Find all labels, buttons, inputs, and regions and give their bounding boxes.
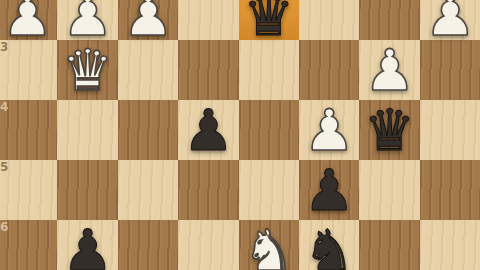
square-a4[interactable] [420,100,480,160]
square-d5[interactable] [239,160,299,220]
square-g2[interactable]: ♟ [57,0,117,40]
black-queen[interactable]: ♛ [239,0,299,45]
square-h6[interactable]: 6 [0,220,57,270]
square-f3[interactable] [118,40,178,100]
square-f6[interactable] [118,220,178,270]
black-knight[interactable]: ♞ [299,220,359,270]
rank-label-5: 5 [0,161,8,174]
square-d2[interactable]: ♛ [239,0,299,40]
square-a6[interactable] [420,220,480,270]
black-pawn[interactable]: ♟ [178,100,238,160]
white-knight[interactable]: ♞ [239,220,299,270]
square-a2[interactable]: ♟ [420,0,480,40]
white-pawn[interactable]: ♟ [359,40,419,100]
square-h5[interactable]: 5 [0,160,57,220]
rank-label-6: 6 [0,221,8,234]
black-pawn[interactable]: ♟ [57,220,117,270]
square-c4[interactable]: ♟ [299,100,359,160]
square-d6[interactable]: ♞ [239,220,299,270]
square-g4[interactable] [57,100,117,160]
white-pawn[interactable]: ♟ [118,0,178,45]
square-g3[interactable]: ♛ [57,40,117,100]
square-f4[interactable] [118,100,178,160]
square-h4[interactable]: 4 [0,100,57,160]
white-pawn[interactable]: ♟ [420,0,480,45]
white-pawn[interactable]: ♟ [299,100,359,160]
white-pawn[interactable]: ♟ [0,0,57,45]
chessboard-viewport: ♟♟♟♛♟3♛♟4♟♟♛5♟6♟♞♞ [0,0,480,270]
square-h3[interactable]: 3 [0,40,57,100]
square-b6[interactable] [359,220,419,270]
square-e5[interactable] [178,160,238,220]
chess-board: ♟♟♟♛♟3♛♟4♟♟♛5♟6♟♞♞ [0,0,480,270]
square-g6[interactable]: ♟ [57,220,117,270]
square-e6[interactable] [178,220,238,270]
square-b3[interactable]: ♟ [359,40,419,100]
black-pawn[interactable]: ♟ [299,160,359,220]
black-queen[interactable]: ♛ [359,100,419,160]
square-d3[interactable] [239,40,299,100]
square-c5[interactable]: ♟ [299,160,359,220]
rank-label-4: 4 [0,101,8,114]
square-a5[interactable] [420,160,480,220]
square-f2[interactable]: ♟ [118,0,178,40]
square-b2[interactable] [359,0,419,40]
square-g5[interactable] [57,160,117,220]
square-d4[interactable] [239,100,299,160]
square-b4[interactable]: ♛ [359,100,419,160]
square-b5[interactable] [359,160,419,220]
square-f5[interactable] [118,160,178,220]
square-h2[interactable]: ♟ [0,0,57,40]
square-e2[interactable] [178,0,238,40]
square-e4[interactable]: ♟ [178,100,238,160]
square-e3[interactable] [178,40,238,100]
square-c3[interactable] [299,40,359,100]
white-queen[interactable]: ♛ [57,40,117,100]
square-a3[interactable] [420,40,480,100]
square-c2[interactable] [299,0,359,40]
square-c6[interactable]: ♞ [299,220,359,270]
